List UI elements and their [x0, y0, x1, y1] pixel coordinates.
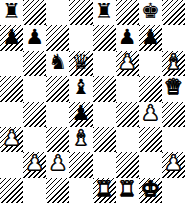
piece-white-bishop[interactable]: ♝ — [164, 52, 183, 73]
square-a8[interactable]: ♜ — [0, 0, 23, 25]
square-b4[interactable] — [23, 102, 46, 127]
square-a7[interactable]: ♟ — [0, 25, 23, 50]
square-d5[interactable]: ♝ — [69, 76, 92, 101]
square-a4[interactable] — [0, 102, 23, 127]
square-e7[interactable] — [93, 25, 116, 50]
square-d2[interactable] — [69, 152, 92, 177]
piece-white-pawn[interactable]: ♟ — [118, 52, 137, 73]
piece-black-rook[interactable]: ♜ — [2, 1, 21, 22]
square-b5[interactable] — [23, 76, 46, 101]
square-c8[interactable] — [46, 0, 69, 25]
square-h7[interactable] — [162, 25, 185, 50]
square-a3[interactable]: ♟ — [0, 127, 23, 152]
square-e1[interactable]: ♜ — [93, 178, 116, 203]
chess-board: ♜♜♚♟♟♟♟♞♛♟♝♝♛♟♟♟♝♟♟♟♜♜♚ — [0, 0, 185, 203]
piece-white-pawn[interactable]: ♟ — [164, 153, 183, 174]
square-h5[interactable]: ♛ — [162, 76, 185, 101]
square-b8[interactable] — [23, 0, 46, 25]
square-h3[interactable] — [162, 127, 185, 152]
square-c5[interactable] — [46, 76, 69, 101]
square-e2[interactable] — [93, 152, 116, 177]
square-d6[interactable]: ♛ — [69, 51, 92, 76]
piece-black-king[interactable]: ♚ — [141, 1, 160, 22]
square-f8[interactable] — [116, 0, 139, 25]
piece-black-queen[interactable]: ♛ — [72, 52, 91, 73]
piece-white-pawn[interactable]: ♟ — [48, 153, 67, 174]
square-a6[interactable] — [0, 51, 23, 76]
square-d4[interactable]: ♟ — [69, 102, 92, 127]
piece-black-pawn[interactable]: ♟ — [141, 27, 160, 48]
square-f6[interactable]: ♟ — [116, 51, 139, 76]
piece-white-queen[interactable]: ♛ — [164, 77, 183, 98]
square-d7[interactable] — [69, 25, 92, 50]
square-f3[interactable] — [116, 127, 139, 152]
square-f4[interactable] — [116, 102, 139, 127]
piece-black-pawn[interactable]: ♟ — [2, 27, 21, 48]
piece-white-pawn[interactable]: ♟ — [141, 103, 160, 124]
square-g1[interactable]: ♚ — [139, 178, 162, 203]
piece-black-knight[interactable]: ♞ — [48, 52, 67, 73]
piece-white-bishop[interactable]: ♝ — [72, 128, 91, 149]
square-g4[interactable]: ♟ — [139, 102, 162, 127]
piece-white-rook[interactable]: ♜ — [118, 179, 137, 200]
square-f5[interactable] — [116, 76, 139, 101]
square-h8[interactable] — [162, 0, 185, 25]
square-b1[interactable] — [23, 178, 46, 203]
square-f2[interactable] — [116, 152, 139, 177]
square-g8[interactable]: ♚ — [139, 0, 162, 25]
square-e6[interactable] — [93, 51, 116, 76]
piece-black-pawn[interactable]: ♟ — [72, 103, 91, 124]
square-h6[interactable]: ♝ — [162, 51, 185, 76]
square-c7[interactable] — [46, 25, 69, 50]
square-c1[interactable] — [46, 178, 69, 203]
square-e5[interactable] — [93, 76, 116, 101]
square-b6[interactable] — [23, 51, 46, 76]
square-a5[interactable] — [0, 76, 23, 101]
square-e3[interactable] — [93, 127, 116, 152]
square-f1[interactable]: ♜ — [116, 178, 139, 203]
square-a2[interactable] — [0, 152, 23, 177]
piece-black-pawn[interactable]: ♟ — [25, 27, 44, 48]
square-g6[interactable] — [139, 51, 162, 76]
square-a1[interactable] — [0, 178, 23, 203]
square-b2[interactable]: ♟ — [23, 152, 46, 177]
square-h1[interactable] — [162, 178, 185, 203]
square-b3[interactable] — [23, 127, 46, 152]
square-g5[interactable] — [139, 76, 162, 101]
square-e4[interactable] — [93, 102, 116, 127]
square-d3[interactable]: ♝ — [69, 127, 92, 152]
square-g3[interactable] — [139, 127, 162, 152]
square-b7[interactable]: ♟ — [23, 25, 46, 50]
piece-white-pawn[interactable]: ♟ — [25, 153, 44, 174]
square-h4[interactable] — [162, 102, 185, 127]
square-g7[interactable]: ♟ — [139, 25, 162, 50]
square-c4[interactable] — [46, 102, 69, 127]
square-h2[interactable]: ♟ — [162, 152, 185, 177]
square-c2[interactable]: ♟ — [46, 152, 69, 177]
square-e8[interactable]: ♜ — [93, 0, 116, 25]
square-d1[interactable] — [69, 178, 92, 203]
square-g2[interactable] — [139, 152, 162, 177]
piece-white-rook[interactable]: ♜ — [95, 179, 114, 200]
square-d8[interactable] — [69, 0, 92, 25]
square-c6[interactable]: ♞ — [46, 51, 69, 76]
square-c3[interactable] — [46, 127, 69, 152]
square-f7[interactable]: ♟ — [116, 25, 139, 50]
piece-white-king[interactable]: ♚ — [141, 179, 160, 200]
piece-white-pawn[interactable]: ♟ — [2, 128, 21, 149]
piece-black-rook[interactable]: ♜ — [95, 1, 114, 22]
piece-black-bishop[interactable]: ♝ — [72, 77, 91, 98]
piece-black-pawn[interactable]: ♟ — [118, 27, 137, 48]
